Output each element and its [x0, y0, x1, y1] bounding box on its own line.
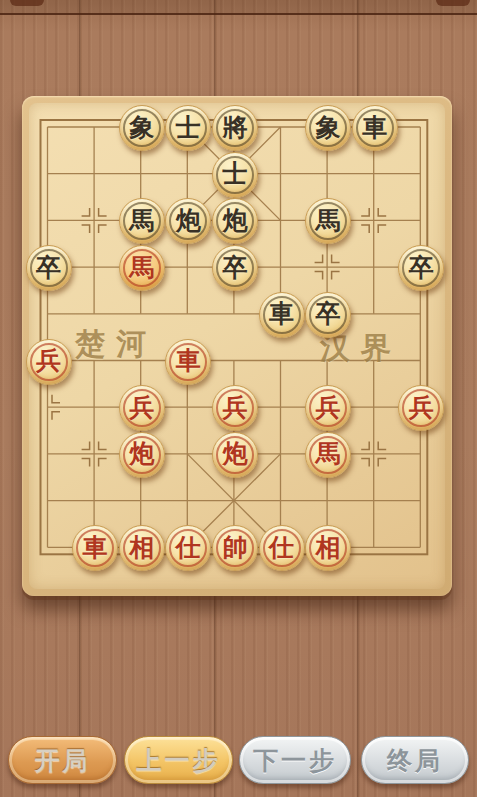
piece-b-xiang-r1c3[interactable]: 象: [119, 105, 165, 151]
piece-b-pao-r3c4[interactable]: 炮: [165, 198, 211, 244]
piece-r-shuai-r10c5[interactable]: 帥: [212, 525, 258, 571]
piece-glyph: 馬: [316, 204, 341, 237]
piece-glyph: 炮: [129, 437, 154, 470]
piece-b-zu-r4c5[interactable]: 卒: [212, 245, 258, 291]
piece-glyph: 兵: [222, 391, 247, 424]
piece-glyph: 卒: [409, 251, 434, 284]
piece-glyph: 卒: [36, 251, 61, 284]
piece-r-pao-r8c3[interactable]: 炮: [119, 432, 165, 478]
piece-b-ma-r3c7[interactable]: 馬: [305, 198, 351, 244]
piece-glyph: 炮: [222, 437, 247, 470]
piece-glyph: 馬: [316, 437, 341, 470]
piece-glyph: 相: [129, 531, 154, 564]
piece-glyph: 炮: [222, 204, 247, 237]
piece-glyph: 車: [269, 297, 294, 330]
piece-b-pao-r3c5[interactable]: 炮: [212, 198, 258, 244]
piece-glyph: 帥: [222, 531, 247, 564]
piece-glyph: 象: [316, 111, 341, 144]
piece-glyph: 兵: [316, 391, 341, 424]
piece-r-pao-r8c5[interactable]: 炮: [212, 432, 258, 478]
piece-r-bing-r7c5[interactable]: 兵: [212, 385, 258, 431]
piece-b-ju-r1c8[interactable]: 車: [352, 105, 398, 151]
pieces-layer: 象士將象車士馬炮炮馬卒馬卒卒車卒兵車兵兵兵兵炮炮馬車相仕帥仕相: [0, 0, 477, 797]
piece-glyph: 兵: [36, 344, 61, 377]
piece-r-xiang-r10c7[interactable]: 相: [305, 525, 351, 571]
piece-glyph: 卒: [222, 251, 247, 284]
piece-glyph: 兵: [409, 391, 434, 424]
piece-b-shi-r1c4[interactable]: 士: [165, 105, 211, 151]
piece-b-shi-r2c5[interactable]: 士: [212, 152, 258, 198]
piece-r-shi-r10c6[interactable]: 仕: [259, 525, 305, 571]
piece-b-ma-r3c3[interactable]: 馬: [119, 198, 165, 244]
piece-b-zu-r4c1[interactable]: 卒: [26, 245, 72, 291]
end-game-button[interactable]: 终局: [361, 736, 469, 784]
restart-button[interactable]: 开局: [8, 736, 117, 784]
piece-glyph: 象: [129, 111, 154, 144]
piece-r-bing-r6c1[interactable]: 兵: [26, 339, 72, 385]
piece-r-shi-r10c4[interactable]: 仕: [165, 525, 211, 571]
piece-r-xiang-r10c3[interactable]: 相: [119, 525, 165, 571]
piece-b-xiang-r1c7[interactable]: 象: [305, 105, 351, 151]
piece-glyph: 士: [176, 111, 201, 144]
piece-glyph: 炮: [176, 204, 201, 237]
piece-glyph: 車: [83, 531, 108, 564]
piece-glyph: 馬: [129, 251, 154, 284]
piece-r-ju-r6c4[interactable]: 車: [165, 339, 211, 385]
piece-r-bing-r7c3[interactable]: 兵: [119, 385, 165, 431]
piece-glyph: 兵: [129, 391, 154, 424]
piece-glyph: 卒: [316, 297, 341, 330]
piece-r-ju-r10c2[interactable]: 車: [72, 525, 118, 571]
piece-r-bing-r7c9[interactable]: 兵: [398, 385, 444, 431]
piece-b-jiang-r1c5[interactable]: 將: [212, 105, 258, 151]
piece-b-zu-r4c9[interactable]: 卒: [398, 245, 444, 291]
piece-b-ju-r5c6[interactable]: 車: [259, 292, 305, 338]
piece-glyph: 仕: [176, 531, 201, 564]
piece-glyph: 仕: [269, 531, 294, 564]
piece-glyph: 車: [362, 111, 387, 144]
piece-glyph: 相: [316, 531, 341, 564]
piece-glyph: 士: [222, 157, 247, 190]
piece-glyph: 馬: [129, 204, 154, 237]
piece-glyph: 車: [176, 344, 201, 377]
undo-step-button[interactable]: 上一步: [124, 736, 233, 784]
piece-glyph: 將: [222, 111, 247, 144]
piece-r-ma-r8c7[interactable]: 馬: [305, 432, 351, 478]
piece-b-zu-r5c7[interactable]: 卒: [305, 292, 351, 338]
piece-r-ma-r4c3[interactable]: 馬: [119, 245, 165, 291]
next-step-button[interactable]: 下一步: [239, 736, 351, 784]
piece-r-bing-r7c7[interactable]: 兵: [305, 385, 351, 431]
